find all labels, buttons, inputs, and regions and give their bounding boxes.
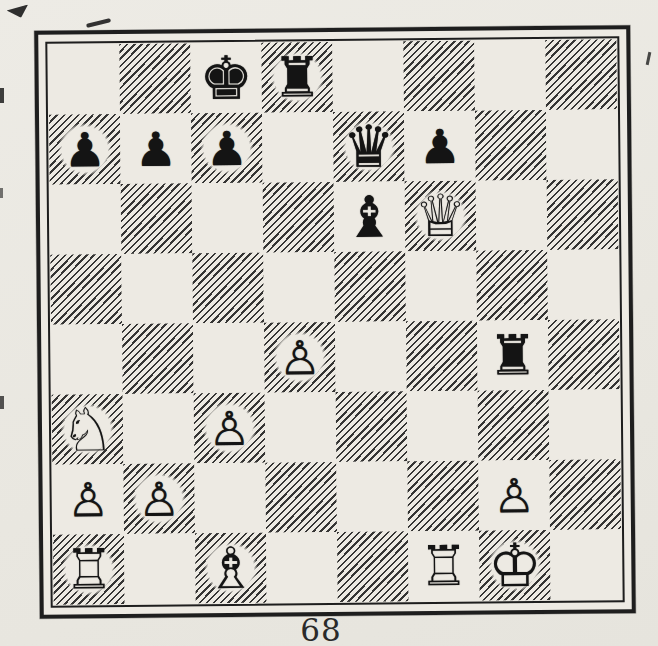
square-d6 <box>263 182 335 253</box>
black-pawn: ♟ <box>404 111 476 182</box>
square-a7: ♟ <box>49 114 121 185</box>
square-c1: ♗ <box>195 533 267 604</box>
square-g6 <box>476 180 548 251</box>
square-h2 <box>549 459 621 530</box>
square-d4: ♙ <box>264 322 336 393</box>
ink-smudge-left <box>0 88 4 103</box>
diagram-number: 68 <box>0 612 642 646</box>
square-f3 <box>407 391 479 462</box>
white-knight: ♘ <box>52 394 124 465</box>
square-a6 <box>50 184 122 255</box>
square-h3 <box>549 389 621 460</box>
white-rook: ♖ <box>53 534 125 605</box>
white-bishop: ♗ <box>195 533 267 604</box>
black-pawn: ♟ <box>191 113 263 184</box>
square-d5 <box>263 252 335 323</box>
square-c7: ♟ <box>191 113 263 184</box>
square-h1 <box>550 529 622 600</box>
square-g7 <box>475 110 547 181</box>
square-g4: ♜ <box>477 320 549 391</box>
square-f1: ♖ <box>408 531 480 602</box>
square-h8 <box>545 39 617 110</box>
ink-smudge-left <box>0 188 3 198</box>
black-king: ♚ <box>190 43 262 114</box>
square-b4 <box>122 323 194 394</box>
square-h7 <box>546 109 618 180</box>
white-rook: ♖ <box>408 531 480 602</box>
square-g3 <box>478 390 550 461</box>
ink-smudge-top <box>86 18 111 27</box>
square-d8: ♜ <box>261 42 333 113</box>
square-f6: ♕ <box>405 181 477 252</box>
black-bishop: ♝ <box>334 181 406 252</box>
square-b7: ♟ <box>120 113 192 184</box>
square-f4 <box>406 321 478 392</box>
black-queen: ♛ <box>333 111 405 182</box>
square-a3: ♘ <box>52 394 124 465</box>
square-c2 <box>194 463 266 534</box>
square-g1: ♔ <box>479 530 551 601</box>
square-h6 <box>547 179 619 250</box>
white-pawn: ♙ <box>52 464 124 535</box>
white-pawn: ♙ <box>194 393 266 464</box>
square-e6: ♝ <box>334 181 406 252</box>
ink-smudge-left <box>0 396 4 409</box>
square-b2: ♙ <box>123 463 195 534</box>
square-c5 <box>192 253 264 324</box>
square-e7: ♛ <box>333 111 405 182</box>
square-f7: ♟ <box>404 111 476 182</box>
square-a5 <box>50 254 122 325</box>
square-g8 <box>474 40 546 111</box>
ink-smudge-corner <box>6 5 29 20</box>
square-a8 <box>48 44 120 115</box>
white-pawn: ♙ <box>264 322 336 393</box>
square-e2 <box>336 461 408 532</box>
square-c4 <box>193 323 265 394</box>
square-d7 <box>262 112 334 183</box>
ink-smudge-right <box>646 52 652 65</box>
square-a4 <box>51 324 123 395</box>
square-b5 <box>121 253 193 324</box>
square-b8 <box>119 43 191 114</box>
square-f8 <box>403 41 475 112</box>
square-e4 <box>335 321 407 392</box>
board-inner-border: ♚♜♟♟♟♛♟♝♕♙♜♘♙♙♙♙♖♗♖♔ <box>45 36 624 607</box>
black-rook: ♜ <box>261 42 333 113</box>
square-e1 <box>337 531 409 602</box>
square-b6 <box>121 183 193 254</box>
white-pawn: ♙ <box>478 460 550 531</box>
white-queen: ♕ <box>405 181 477 252</box>
black-pawn: ♟ <box>49 114 121 185</box>
square-a1: ♖ <box>53 534 125 605</box>
board-frame: ♚♜♟♟♟♛♟♝♕♙♜♘♙♙♙♙♖♗♖♔ <box>34 25 636 619</box>
square-b1 <box>124 533 196 604</box>
square-g5 <box>476 250 548 321</box>
square-f2 <box>407 461 479 532</box>
square-d2 <box>265 462 337 533</box>
white-pawn: ♙ <box>123 463 195 534</box>
square-g2: ♙ <box>478 460 550 531</box>
square-d1 <box>266 532 338 603</box>
square-a2: ♙ <box>52 464 124 535</box>
square-b3 <box>123 393 195 464</box>
square-c3: ♙ <box>194 393 266 464</box>
square-c8: ♚ <box>190 43 262 114</box>
square-h4 <box>548 319 620 390</box>
square-e5 <box>334 251 406 322</box>
white-king: ♔ <box>479 530 551 601</box>
black-rook: ♜ <box>477 320 549 391</box>
square-c6 <box>192 183 264 254</box>
square-e8 <box>332 41 404 112</box>
chess-board: ♚♜♟♟♟♛♟♝♕♙♜♘♙♙♙♙♖♗♖♔ <box>48 39 621 604</box>
book-page: ♚♜♟♟♟♛♟♝♕♙♜♘♙♙♙♙♖♗♖♔ 68 <box>0 0 658 646</box>
square-d3 <box>265 392 337 463</box>
black-pawn: ♟ <box>120 113 192 184</box>
square-h5 <box>547 249 619 320</box>
square-f5 <box>405 251 477 322</box>
square-e3 <box>336 391 408 462</box>
